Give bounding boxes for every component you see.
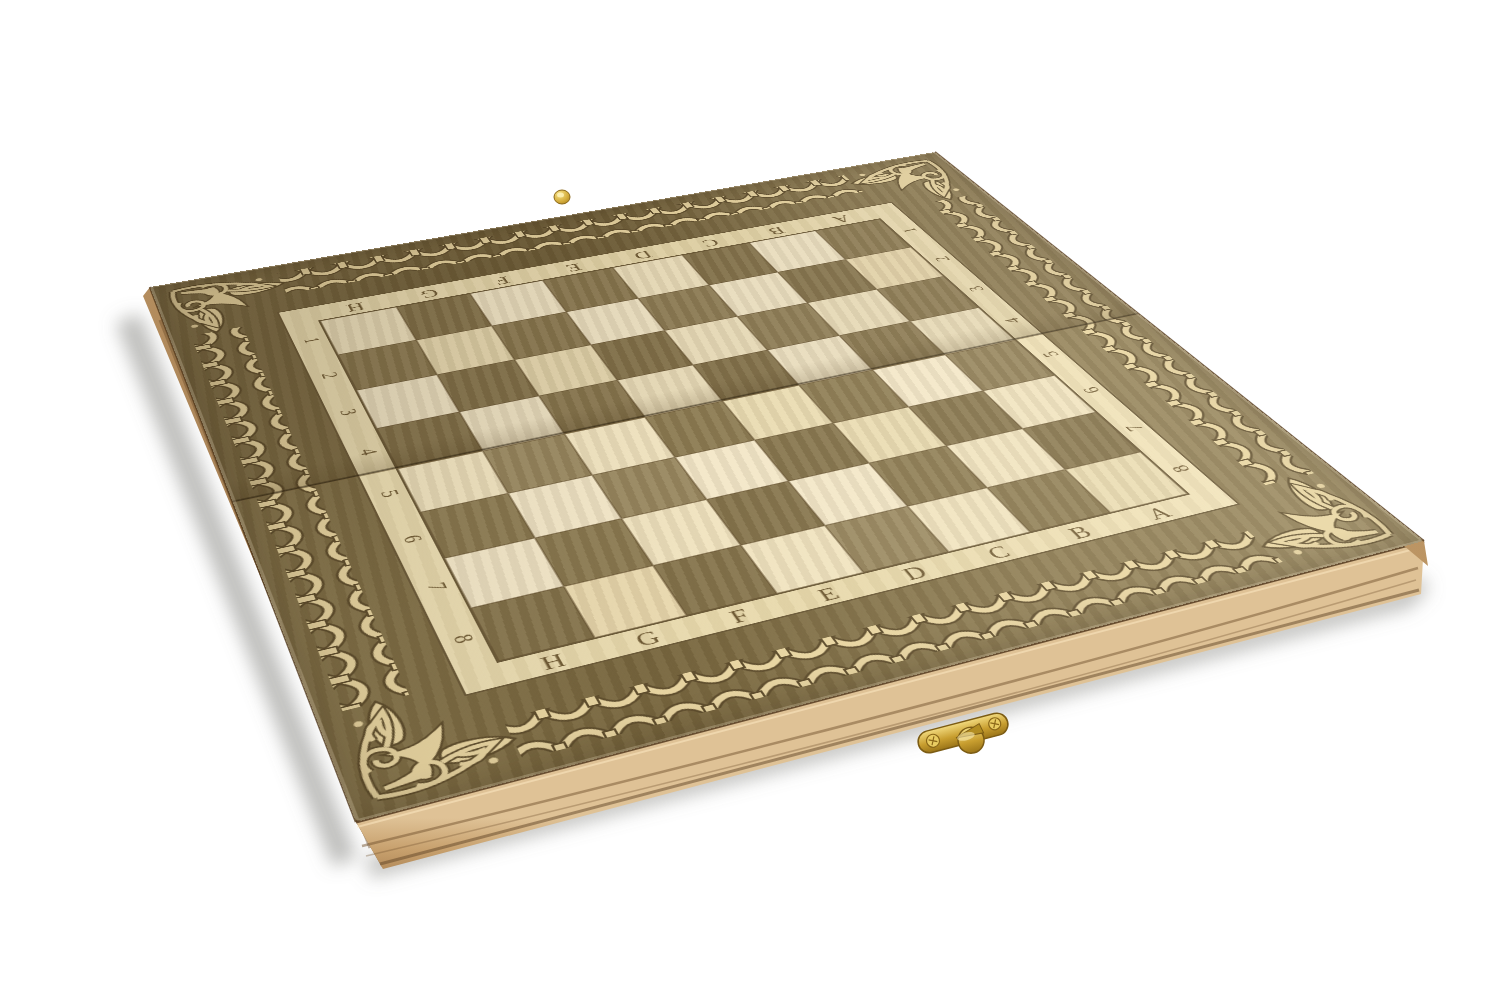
brass-hinge-pin-icon	[554, 190, 570, 204]
brass-hardware	[0, 0, 1500, 1000]
brass-clasp-icon	[916, 711, 1013, 766]
product-photo-stage: HGFEDCBA HGFEDCBA 12345678 12345678	[0, 0, 1500, 1000]
